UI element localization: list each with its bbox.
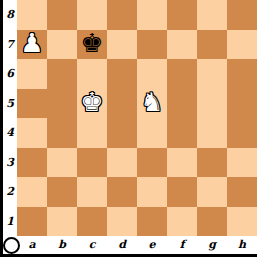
square-b3[interactable] (47, 148, 77, 178)
square-f1[interactable] (167, 207, 197, 237)
square-h8[interactable] (227, 0, 257, 30)
square-b5[interactable] (47, 89, 77, 119)
square-g8[interactable] (197, 0, 227, 30)
square-b4[interactable] (47, 118, 77, 148)
rank-label-6: 6 (3, 59, 17, 89)
rank-labels: 87654321 (3, 0, 17, 236)
white-to-move-indicator (3, 237, 20, 254)
square-a4[interactable] (17, 118, 47, 148)
square-e8[interactable] (137, 0, 167, 30)
square-c5[interactable]: ♚ (77, 89, 107, 119)
rank-label-3: 3 (3, 148, 17, 178)
rank-label-4: 4 (3, 118, 17, 148)
square-c2[interactable] (77, 177, 107, 207)
square-b2[interactable] (47, 177, 77, 207)
square-d3[interactable] (107, 148, 137, 178)
square-g4[interactable] (197, 118, 227, 148)
square-b6[interactable] (47, 59, 77, 89)
file-label-d: d (107, 236, 137, 254)
square-f4[interactable] (167, 118, 197, 148)
square-c6[interactable] (77, 59, 107, 89)
square-h7[interactable] (227, 30, 257, 60)
square-c4[interactable] (77, 118, 107, 148)
square-e6[interactable] (137, 59, 167, 89)
square-e3[interactable] (137, 148, 167, 178)
square-c3[interactable] (77, 148, 107, 178)
square-d7[interactable] (107, 30, 137, 60)
square-h5[interactable] (227, 89, 257, 119)
square-a1[interactable] (17, 207, 47, 237)
square-a3[interactable] (17, 148, 47, 178)
square-c7[interactable]: ♚ (77, 30, 107, 60)
square-f7[interactable] (167, 30, 197, 60)
rank-label-1: 1 (3, 207, 17, 237)
square-d2[interactable] (107, 177, 137, 207)
square-a8[interactable] (17, 0, 47, 30)
file-labels: abcdefgh (17, 236, 257, 254)
square-e1[interactable] (137, 207, 167, 237)
square-g3[interactable] (197, 148, 227, 178)
file-label-f: f (167, 236, 197, 254)
piece-white-pawn[interactable]: ♟ (20, 30, 43, 56)
square-f6[interactable] (167, 59, 197, 89)
square-e7[interactable] (137, 30, 167, 60)
file-label-h: h (227, 236, 257, 254)
piece-white-knight[interactable]: ♞ (140, 89, 163, 115)
square-e4[interactable] (137, 118, 167, 148)
square-d8[interactable] (107, 0, 137, 30)
square-h4[interactable] (227, 118, 257, 148)
square-c1[interactable] (77, 207, 107, 237)
square-b1[interactable] (47, 207, 77, 237)
square-f8[interactable] (167, 0, 197, 30)
square-h1[interactable] (227, 207, 257, 237)
square-f2[interactable] (167, 177, 197, 207)
square-g5[interactable] (197, 89, 227, 119)
piece-white-king[interactable]: ♚ (80, 89, 103, 115)
square-h6[interactable] (227, 59, 257, 89)
file-label-e: e (137, 236, 167, 254)
file-label-c: c (77, 236, 107, 254)
square-g2[interactable] (197, 177, 227, 207)
square-f5[interactable] (167, 89, 197, 119)
rank-label-2: 2 (3, 177, 17, 207)
square-d4[interactable] (107, 118, 137, 148)
square-a5[interactable] (17, 89, 47, 119)
square-a6[interactable] (17, 59, 47, 89)
file-label-a: a (17, 236, 47, 254)
chess-diagram: ♟♚♚♞ 87654321 abcdefgh (0, 0, 257, 257)
square-a7[interactable]: ♟ (17, 30, 47, 60)
piece-black-king[interactable]: ♚ (80, 30, 103, 56)
rank-label-8: 8 (3, 0, 17, 30)
square-g7[interactable] (197, 30, 227, 60)
square-e2[interactable] (137, 177, 167, 207)
square-c8[interactable] (77, 0, 107, 30)
square-b7[interactable] (47, 30, 77, 60)
square-d1[interactable] (107, 207, 137, 237)
square-g1[interactable] (197, 207, 227, 237)
square-e5[interactable]: ♞ (137, 89, 167, 119)
square-h2[interactable] (227, 177, 257, 207)
square-d6[interactable] (107, 59, 137, 89)
square-g6[interactable] (197, 59, 227, 89)
rank-label-7: 7 (3, 30, 17, 60)
chess-board: ♟♚♚♞ (17, 0, 257, 236)
square-b8[interactable] (47, 0, 77, 30)
rank-label-5: 5 (3, 89, 17, 119)
file-label-g: g (197, 236, 227, 254)
square-d5[interactable] (107, 89, 137, 119)
square-a2[interactable] (17, 177, 47, 207)
square-h3[interactable] (227, 148, 257, 178)
file-label-b: b (47, 236, 77, 254)
square-f3[interactable] (167, 148, 197, 178)
